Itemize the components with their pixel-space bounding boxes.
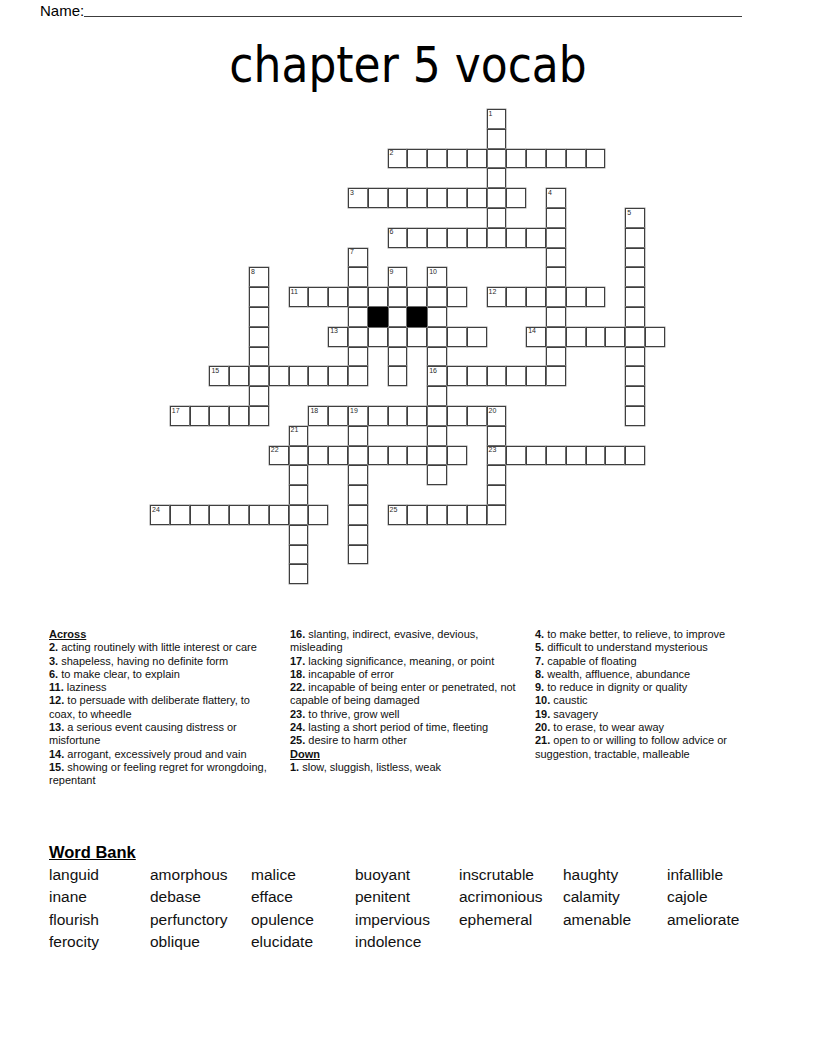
grid-cell[interactable] [289,485,309,505]
grid-cell[interactable]: 14 [526,327,546,347]
grid-cell[interactable] [289,525,309,545]
grid-cell[interactable] [526,287,546,307]
grid-cell[interactable] [526,366,546,386]
word-bank-item: amenable [563,911,667,933]
grid-cell[interactable] [625,446,645,466]
grid-cell[interactable] [328,446,348,466]
grid-cell[interactable]: 8 [249,267,269,287]
grid-cell[interactable] [546,307,566,327]
grid-cell[interactable]: 20 [487,406,507,426]
grid-cell[interactable] [368,406,388,426]
grid-cell[interactable] [348,525,368,545]
grid-cell[interactable] [487,366,507,386]
grid-cell[interactable] [249,307,269,327]
grid-cell[interactable] [209,406,229,426]
grid-cell[interactable]: 10 [427,267,447,287]
clue-1: 1. slow, sluggish, listless, weak [290,761,532,774]
grid-cell[interactable] [487,168,507,188]
grid-cell[interactable] [487,426,507,446]
grid-cell[interactable] [407,188,427,208]
grid-cell[interactable] [407,446,427,466]
clue-number: 8 [251,268,255,276]
clue-9: 9. to reduce in dignity or quality [535,681,761,694]
grid-cell[interactable]: 24 [150,505,170,525]
clue-number: 20 [489,407,497,415]
grid-cell[interactable] [427,188,447,208]
grid-cell[interactable] [427,426,447,446]
grid-cell[interactable] [308,366,328,386]
grid-cell[interactable] [467,149,487,169]
grid-cell[interactable]: 18 [308,406,328,426]
grid-cell[interactable] [506,228,526,248]
grid-cell[interactable] [467,228,487,248]
clue-number: 13 [330,327,338,335]
grid-cell[interactable] [368,446,388,466]
grid-cell[interactable] [487,505,507,525]
grid-cell[interactable] [546,248,566,268]
grid-cell[interactable]: 15 [209,366,229,386]
clue-14: 14. arrogant, excessively proud and vain [49,748,269,761]
clue-column-2: 16. slanting, indirect, evasive, devious… [290,628,532,774]
clue-17: 17. lacking significance, meaning, or po… [290,655,532,668]
clue-number: 18 [310,407,318,415]
grid-cell[interactable] [328,287,348,307]
crossword-grid: 1234567891016111213141517181920232122242… [150,109,666,585]
clue-number: 2 [390,149,394,157]
grid-cell[interactable] [506,446,526,466]
grid-cell[interactable] [605,327,625,347]
grid-cell[interactable] [289,446,309,466]
clue-number: 24 [152,506,160,514]
grid-cell[interactable] [625,406,645,426]
grid-cell[interactable] [348,545,368,565]
grid-cell[interactable] [249,406,269,426]
word-bank-item: amorphous [150,866,251,888]
grid-cell[interactable] [487,208,507,228]
word-bank-item: debase [150,888,251,910]
clue-7: 7. capable of floating [535,655,761,668]
grid-cell[interactable] [368,327,388,347]
grid-cell[interactable]: 23 [487,446,507,466]
word-bank-item: acrimonious [459,888,563,910]
grid-cell[interactable] [625,327,645,347]
grid-cell[interactable] [546,347,566,367]
grid-cell[interactable] [427,446,447,466]
clue-4: 4. to make better, to relieve, to improv… [535,628,761,641]
grid-cell[interactable] [348,426,368,446]
grid-cell[interactable] [546,149,566,169]
grid-cell[interactable] [427,505,447,525]
grid-cell[interactable] [229,505,249,525]
grid-cell[interactable] [368,188,388,208]
grid-cell[interactable] [467,327,487,347]
grid-cell[interactable] [447,228,467,248]
word-bank-item: buoyant [355,866,459,888]
grid-cell[interactable] [546,228,566,248]
grid-cell[interactable] [586,446,606,466]
grid-cell[interactable] [269,366,289,386]
word-bank-item: languid [49,866,150,888]
clue-13: 13. a serious event causing distress or … [49,721,269,748]
word-bank-item: cajole [667,888,767,910]
grid-cell[interactable] [625,366,645,386]
grid-cell[interactable] [546,327,566,347]
grid-cell[interactable] [348,485,368,505]
grid-cell[interactable]: 6 [388,228,408,248]
grid-cell[interactable] [348,446,368,466]
grid-cell[interactable] [427,149,447,169]
grid-cell[interactable] [447,406,467,426]
grid-cell[interactable]: 5 [625,208,645,228]
clue-23: 23. to thrive, grow well [290,708,532,721]
grid-cell[interactable] [388,366,408,386]
clue-19: 19. savagery [535,708,761,721]
word-bank-item: malice [251,866,355,888]
grid-cell[interactable]: 16 [427,366,447,386]
grid-cell[interactable] [388,446,408,466]
grid-cell[interactable] [427,406,447,426]
grid-cell[interactable] [348,267,368,287]
grid-cell[interactable] [407,327,427,347]
grid-cell[interactable] [447,446,467,466]
grid-cell[interactable] [447,149,467,169]
word-bank-item: oblique [150,933,251,955]
clue-number: 10 [429,268,437,276]
grid-cell[interactable] [467,188,487,208]
grid-cell[interactable] [566,149,586,169]
grid-cell[interactable] [467,406,487,426]
word-bank-item: calamity [563,888,667,910]
grid-cell[interactable] [348,505,368,525]
word-bank-item: opulence [251,911,355,933]
grid-cell[interactable] [249,386,269,406]
word-bank-item: inane [49,888,150,910]
clue-18: 18. incapable of error [290,668,532,681]
grid-cell[interactable] [170,505,190,525]
word-bank-header: Word Bank [49,843,136,862]
grid-cell[interactable]: 19 [348,406,368,426]
name-label: Name: [40,2,84,19]
grid-cell[interactable] [487,465,507,485]
grid-cell[interactable] [407,505,427,525]
grid-cell[interactable] [249,505,269,525]
grid-cell[interactable] [566,446,586,466]
clue-5: 5. difficult to understand mysterious [535,641,761,654]
word-bank-item: elucidate [251,933,355,955]
grid-cell[interactable] [388,406,408,426]
word-bank-item: inscrutable [459,866,563,888]
word-bank-item: efface [251,888,355,910]
grid-cell[interactable] [368,287,388,307]
grid-cell[interactable] [625,386,645,406]
clue-6: 6. to make clear, to explain [49,668,269,681]
grid-cell[interactable] [566,287,586,307]
grid-cell[interactable] [269,505,289,525]
grid-cell[interactable]: 13 [328,327,348,347]
grid-cell[interactable] [526,228,546,248]
grid-cell[interactable] [249,347,269,367]
grid-cell[interactable] [546,208,566,228]
word-bank-item: indolence [355,933,459,955]
grid-cell[interactable] [427,228,447,248]
grid-cell[interactable] [289,545,309,565]
grid-cell[interactable]: 2 [388,149,408,169]
grid-cell[interactable] [625,228,645,248]
word-bank-item: ferocity [49,933,150,955]
clue-25: 25. desire to harm other [290,734,532,747]
clue-number: 19 [350,407,358,415]
black-cell [368,307,388,327]
grid-cell[interactable] [526,149,546,169]
grid-cell[interactable] [625,267,645,287]
grid-cell[interactable] [407,228,427,248]
page-title: chapter 5 vocab [0,36,816,94]
grid-cell[interactable] [190,406,210,426]
grid-cell[interactable] [190,505,210,525]
grid-cell[interactable] [506,149,526,169]
grid-cell[interactable]: 21 [289,426,309,446]
clue-3: 3. shapeless, having no definite form [49,655,269,668]
grid-cell[interactable]: 1 [487,109,507,129]
grid-cell[interactable] [348,327,368,347]
clue-column-1: Across2. acting routinely with little in… [49,628,269,788]
clue-number: 11 [291,288,298,296]
grid-cell[interactable] [308,505,328,525]
grid-cell[interactable]: 11 [289,287,309,307]
clue-number: 15 [211,367,219,375]
clue-number: 25 [390,506,398,514]
grid-cell[interactable] [249,366,269,386]
grid-cell[interactable] [487,228,507,248]
clue-8: 8. wealth, affluence, abundance [535,668,761,681]
clue-number: 17 [172,407,180,415]
clue-number: 22 [271,446,279,454]
grid-cell[interactable] [546,446,566,466]
grid-cell[interactable] [506,188,526,208]
grid-cell[interactable] [625,287,645,307]
grid-cell[interactable]: 17 [170,406,190,426]
grid-cell[interactable] [625,347,645,367]
word-bank-item: flourish [49,911,150,933]
grid-cell[interactable] [506,287,526,307]
word-bank-item: ephemeral [459,911,563,933]
grid-cell[interactable] [249,327,269,347]
clue-15: 15. showing or feeling regret for wrongd… [49,761,269,788]
grid-cell[interactable] [586,149,606,169]
clue-22: 22. incapable of being enter or penetrat… [290,681,532,708]
grid-cell[interactable] [348,347,368,367]
grid-cell[interactable] [427,287,447,307]
grid-cell[interactable] [229,366,249,386]
clue-number: 12 [489,288,497,296]
clue-number: 21 [291,426,299,434]
grid-cell[interactable] [427,347,447,367]
word-bank-item: impervious [355,911,459,933]
grid-cell[interactable]: 22 [269,446,289,466]
word-bank-item: perfunctory [150,911,251,933]
grid-cell[interactable] [625,248,645,268]
grid-cell[interactable] [546,267,566,287]
grid-cell[interactable] [308,287,328,307]
clue-12: 12. to persuade with deliberate flattery… [49,694,269,721]
grid-cell[interactable] [407,149,427,169]
clue-21: 21. open to or willing to follow advice … [535,734,761,761]
grid-cell[interactable] [348,307,368,327]
grid-cell[interactable] [407,287,427,307]
grid-cell[interactable] [447,505,467,525]
grid-cell[interactable] [546,287,566,307]
grid-cell[interactable] [229,406,249,426]
grid-cell[interactable]: 7 [348,248,368,268]
word-bank-item: infallible [667,866,767,888]
grid-cell[interactable]: 3 [348,188,368,208]
grid-cell[interactable] [348,366,368,386]
grid-cell[interactable] [388,347,408,367]
grid-cell[interactable] [625,307,645,327]
clue-10: 10. caustic [535,694,761,707]
grid-cell[interactable]: 25 [388,505,408,525]
clue-number: 23 [489,446,497,454]
clues-section-header: Across [49,628,269,641]
clue-16: 16. slanting, indirect, evasive, devious… [290,628,532,655]
grid-cell[interactable] [427,386,447,406]
grid-cell[interactable] [289,505,309,525]
grid-cell[interactable] [467,366,487,386]
grid-cell[interactable] [308,446,328,466]
word-bank-grid: languidamorphousmalicebuoyantinscrutable… [49,866,767,956]
clue-24: 24. lasting a short period of time, flee… [290,721,532,734]
grid-cell[interactable] [526,446,546,466]
grid-cell[interactable] [427,327,447,347]
grid-cell[interactable] [289,366,309,386]
grid-cell[interactable] [209,505,229,525]
grid-cell[interactable] [487,188,507,208]
clue-number: 1 [489,110,493,118]
clues-section-header: Down [290,748,532,761]
clue-number: 7 [350,248,354,256]
grid-cell[interactable] [328,406,348,426]
grid-cell[interactable] [388,287,408,307]
grid-cell[interactable] [487,129,507,149]
grid-cell[interactable] [388,327,408,347]
grid-cell[interactable] [348,465,368,485]
grid-cell[interactable] [645,327,665,347]
grid-cell[interactable] [487,485,507,505]
grid-cell[interactable] [348,287,368,307]
clue-number: 5 [627,209,631,217]
grid-cell[interactable] [447,287,467,307]
grid-cell[interactable] [388,307,408,327]
grid-cell[interactable] [566,327,586,347]
grid-cell[interactable] [447,366,467,386]
grid-cell[interactable] [605,446,625,466]
grid-cell[interactable] [407,406,427,426]
clue-11: 11. laziness [49,681,269,694]
grid-cell[interactable] [249,287,269,307]
grid-cell[interactable] [289,465,309,485]
grid-cell[interactable] [447,327,467,347]
clue-number: 9 [390,268,394,276]
clue-2: 2. acting routinely with little interest… [49,641,269,654]
word-bank-item: ameliorate [667,911,767,933]
clue-number: 4 [548,189,552,197]
clue-number: 3 [350,189,354,197]
clue-number: 16 [429,367,437,375]
grid-cell[interactable] [586,287,606,307]
word-bank-item: haughty [563,866,667,888]
black-cell [407,307,427,327]
word-bank-item: penitent [355,888,459,910]
grid-cell[interactable]: 4 [546,188,566,208]
name-fill-in-line[interactable] [84,0,742,17]
grid-cell[interactable] [447,188,467,208]
grid-cell[interactable] [506,366,526,386]
clue-number: 6 [390,228,394,236]
clue-number: 14 [528,327,536,335]
grid-cell[interactable] [427,307,447,327]
grid-cell[interactable] [586,327,606,347]
clue-20: 20. to erase, to wear away [535,721,761,734]
grid-cell[interactable] [328,366,348,386]
grid-cell[interactable] [487,149,507,169]
clue-column-3: 4. to make better, to relieve, to improv… [535,628,761,761]
grid-cell[interactable] [427,465,447,485]
grid-cell[interactable] [289,564,309,584]
grid-cell[interactable] [467,505,487,525]
grid-cell[interactable] [388,188,408,208]
grid-cell[interactable]: 12 [487,287,507,307]
grid-cell[interactable]: 9 [388,267,408,287]
grid-cell[interactable] [546,366,566,386]
